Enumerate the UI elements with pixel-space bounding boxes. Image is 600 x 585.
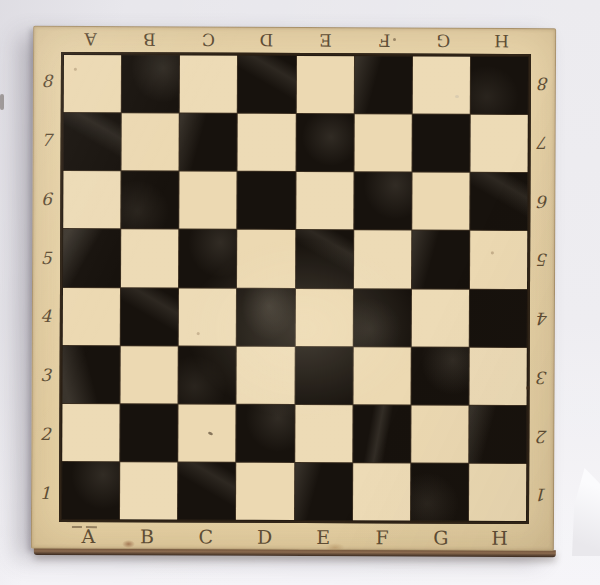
rank-labels-left: 87654321 xyxy=(32,52,60,522)
file-top-label-b: B xyxy=(120,27,179,51)
square-c5[interactable] xyxy=(179,230,236,287)
square-f3[interactable] xyxy=(353,347,410,404)
square-e2[interactable] xyxy=(295,405,352,462)
square-e8[interactable] xyxy=(296,56,353,113)
square-d6[interactable] xyxy=(238,172,295,229)
square-a1[interactable] xyxy=(62,462,119,519)
rank-labels-right: 87654321 xyxy=(529,54,557,524)
square-c7[interactable] xyxy=(180,114,237,171)
rank-left-label-2: 2 xyxy=(32,404,58,463)
square-d5[interactable] xyxy=(237,230,294,287)
rank-left-label-8: 8 xyxy=(34,52,60,111)
square-c2[interactable] xyxy=(178,404,235,461)
square-h1[interactable] xyxy=(469,464,526,521)
square-d3[interactable] xyxy=(237,346,294,403)
board-grid xyxy=(62,55,528,521)
square-b5[interactable] xyxy=(121,230,178,287)
square-b7[interactable] xyxy=(122,113,179,170)
square-a7[interactable] xyxy=(64,113,121,170)
square-e6[interactable] xyxy=(296,172,353,229)
square-b3[interactable] xyxy=(121,346,178,403)
paper-scrap xyxy=(572,468,600,556)
playing-area xyxy=(59,52,531,524)
rank-right-label-6: 6 xyxy=(530,172,556,231)
rank-right-label-7: 7 xyxy=(531,113,557,172)
square-c4[interactable] xyxy=(179,288,236,345)
square-f1[interactable] xyxy=(353,463,410,520)
square-d7[interactable] xyxy=(238,114,295,171)
square-g8[interactable] xyxy=(413,57,470,114)
photo-background: ABCDEFGH ABCDEFGH 87654321 87654321 xyxy=(0,0,600,585)
file-bottom-label-g: G xyxy=(411,524,470,551)
square-g3[interactable] xyxy=(411,347,468,404)
file-bottom-label-b: B xyxy=(118,522,177,549)
square-g5[interactable] xyxy=(412,231,469,288)
square-h4[interactable] xyxy=(470,289,527,346)
board-margin: ABCDEFGH ABCDEFGH 87654321 87654321 xyxy=(31,26,556,551)
square-d1[interactable] xyxy=(236,463,293,520)
square-f4[interactable] xyxy=(353,289,410,346)
square-a4[interactable] xyxy=(63,287,120,344)
square-d8[interactable] xyxy=(238,56,295,113)
rank-left-label-1: 1 xyxy=(32,463,58,522)
rank-left-label-4: 4 xyxy=(33,287,59,346)
rank-left-label-7: 7 xyxy=(34,111,60,170)
file-top-label-c: C xyxy=(179,27,238,51)
rank-left-label-6: 6 xyxy=(33,169,59,228)
square-b2[interactable] xyxy=(120,404,177,461)
rank-right-label-5: 5 xyxy=(530,230,556,289)
square-g2[interactable] xyxy=(411,405,468,462)
square-e5[interactable] xyxy=(296,230,353,287)
square-e3[interactable] xyxy=(295,347,352,404)
square-e4[interactable] xyxy=(295,289,352,346)
square-f2[interactable] xyxy=(353,405,410,462)
square-a5[interactable] xyxy=(63,229,120,286)
square-b6[interactable] xyxy=(121,171,178,228)
square-b8[interactable] xyxy=(122,55,179,112)
rank-right-label-1: 1 xyxy=(529,465,555,524)
file-top-label-d: D xyxy=(237,28,296,52)
square-c6[interactable] xyxy=(180,172,237,229)
square-g7[interactable] xyxy=(412,115,469,172)
file-top-label-f: F xyxy=(355,28,414,52)
square-b4[interactable] xyxy=(121,288,178,345)
square-a6[interactable] xyxy=(63,171,120,228)
square-d2[interactable] xyxy=(237,405,294,462)
file-top-label-a: A xyxy=(61,27,120,51)
square-f8[interactable] xyxy=(354,56,411,113)
file-bottom-label-f: F xyxy=(353,523,412,550)
square-h5[interactable] xyxy=(470,231,527,288)
square-a2[interactable] xyxy=(62,404,119,461)
rank-right-label-4: 4 xyxy=(530,289,556,348)
square-h8[interactable] xyxy=(471,57,528,114)
file-top-label-g: G xyxy=(414,29,473,53)
rank-left-label-3: 3 xyxy=(32,346,58,405)
file-labels-bottom: ABCDEFGH xyxy=(59,522,529,551)
square-f5[interactable] xyxy=(354,231,411,288)
file-labels-top: ABCDEFGH xyxy=(61,27,531,53)
maker-mark xyxy=(72,526,98,529)
rank-right-label-8: 8 xyxy=(531,54,557,113)
square-g1[interactable] xyxy=(411,463,468,520)
file-bottom-label-c: C xyxy=(176,522,235,549)
file-top-label-h: H xyxy=(472,29,531,53)
square-c3[interactable] xyxy=(179,346,236,403)
square-c1[interactable] xyxy=(178,462,235,519)
file-top-label-e: E xyxy=(296,28,355,52)
chess-board: ABCDEFGH ABCDEFGH 87654321 87654321 xyxy=(31,26,556,551)
file-bottom-label-e: E xyxy=(294,523,353,550)
square-a3[interactable] xyxy=(62,346,119,403)
square-h7[interactable] xyxy=(470,115,527,172)
square-f7[interactable] xyxy=(354,114,411,171)
square-g6[interactable] xyxy=(412,173,469,230)
square-h6[interactable] xyxy=(470,173,527,230)
square-f6[interactable] xyxy=(354,173,411,230)
square-h2[interactable] xyxy=(469,406,526,463)
rank-left-label-5: 5 xyxy=(33,228,59,287)
square-e1[interactable] xyxy=(294,463,351,520)
rank-right-label-3: 3 xyxy=(529,348,555,407)
file-bottom-label-d: D xyxy=(235,523,294,550)
square-c8[interactable] xyxy=(180,56,237,113)
square-a8[interactable] xyxy=(64,55,121,112)
square-d4[interactable] xyxy=(237,288,294,345)
square-e7[interactable] xyxy=(296,114,353,171)
rank-right-label-2: 2 xyxy=(529,407,555,466)
file-bottom-label-h: H xyxy=(470,524,529,551)
square-g4[interactable] xyxy=(411,289,468,346)
square-b1[interactable] xyxy=(120,462,177,519)
wall-mark xyxy=(0,94,4,110)
square-h3[interactable] xyxy=(469,347,526,404)
